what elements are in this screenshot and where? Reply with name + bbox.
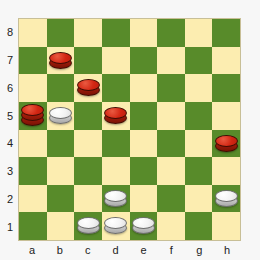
square-b5[interactable] bbox=[47, 102, 75, 130]
square-e2[interactable] bbox=[130, 185, 158, 213]
board bbox=[18, 18, 241, 241]
square-h8[interactable] bbox=[212, 19, 240, 47]
white-piece-top-disc bbox=[49, 107, 72, 119]
rank-label-1: 1 bbox=[7, 221, 16, 233]
square-a1[interactable] bbox=[19, 212, 47, 240]
square-h6[interactable] bbox=[212, 74, 240, 102]
file-label-f: f bbox=[170, 244, 173, 256]
square-g8[interactable] bbox=[185, 19, 213, 47]
file-label-d: d bbox=[113, 244, 119, 256]
square-g7[interactable] bbox=[185, 47, 213, 75]
rank-label-5: 5 bbox=[7, 110, 16, 122]
red-man-d5[interactable] bbox=[104, 107, 127, 124]
square-e1[interactable] bbox=[130, 212, 158, 240]
white-man-b5[interactable] bbox=[49, 107, 72, 124]
file-label-h: h bbox=[224, 244, 230, 256]
square-d5[interactable] bbox=[102, 102, 130, 130]
square-h7[interactable] bbox=[212, 47, 240, 75]
square-e8[interactable] bbox=[130, 19, 158, 47]
file-label-a: a bbox=[29, 244, 35, 256]
rank-label-8: 8 bbox=[7, 26, 16, 38]
red-piece-top-disc bbox=[77, 79, 100, 91]
white-man-c1[interactable] bbox=[77, 217, 100, 234]
square-e4[interactable] bbox=[130, 130, 158, 158]
square-c2[interactable] bbox=[74, 185, 102, 213]
file-labels: abcdefgh bbox=[18, 241, 241, 259]
square-c3[interactable] bbox=[74, 157, 102, 185]
square-f1[interactable] bbox=[157, 212, 185, 240]
rank-label-6: 6 bbox=[7, 82, 16, 94]
square-b4[interactable] bbox=[47, 130, 75, 158]
rank-label-3: 3 bbox=[7, 165, 16, 177]
rank-label-4: 4 bbox=[7, 137, 16, 149]
white-man-h2[interactable] bbox=[215, 190, 238, 207]
square-f2[interactable] bbox=[157, 185, 185, 213]
square-a7[interactable] bbox=[19, 47, 47, 75]
red-piece-top-disc bbox=[49, 52, 72, 64]
square-h4[interactable] bbox=[212, 130, 240, 158]
square-a2[interactable] bbox=[19, 185, 47, 213]
white-man-d2[interactable] bbox=[104, 190, 127, 207]
square-g5[interactable] bbox=[185, 102, 213, 130]
square-f7[interactable] bbox=[157, 47, 185, 75]
square-b2[interactable] bbox=[47, 185, 75, 213]
square-a8[interactable] bbox=[19, 19, 47, 47]
square-b6[interactable] bbox=[47, 74, 75, 102]
square-c1[interactable] bbox=[74, 212, 102, 240]
square-d3[interactable] bbox=[102, 157, 130, 185]
square-h2[interactable] bbox=[212, 185, 240, 213]
square-e5[interactable] bbox=[130, 102, 158, 130]
square-b8[interactable] bbox=[47, 19, 75, 47]
square-c5[interactable] bbox=[74, 102, 102, 130]
square-f3[interactable] bbox=[157, 157, 185, 185]
square-g1[interactable] bbox=[185, 212, 213, 240]
square-f6[interactable] bbox=[157, 74, 185, 102]
red-man-h4[interactable] bbox=[215, 135, 238, 152]
square-b3[interactable] bbox=[47, 157, 75, 185]
square-a3[interactable] bbox=[19, 157, 47, 185]
square-c7[interactable] bbox=[74, 47, 102, 75]
square-e6[interactable] bbox=[130, 74, 158, 102]
red-man-c6[interactable] bbox=[77, 79, 100, 96]
file-label-g: g bbox=[196, 244, 202, 256]
square-d2[interactable] bbox=[102, 185, 130, 213]
square-c6[interactable] bbox=[74, 74, 102, 102]
square-g2[interactable] bbox=[185, 185, 213, 213]
square-h3[interactable] bbox=[212, 157, 240, 185]
red-piece-top-disc bbox=[215, 135, 238, 147]
square-a6[interactable] bbox=[19, 74, 47, 102]
square-c8[interactable] bbox=[74, 19, 102, 47]
red-piece-top-disc bbox=[104, 107, 127, 119]
square-e3[interactable] bbox=[130, 157, 158, 185]
red-king-a5[interactable] bbox=[21, 104, 44, 126]
square-b1[interactable] bbox=[47, 212, 75, 240]
square-a4[interactable] bbox=[19, 130, 47, 158]
square-d4[interactable] bbox=[102, 130, 130, 158]
square-d8[interactable] bbox=[102, 19, 130, 47]
rank-label-2: 2 bbox=[7, 193, 16, 205]
white-piece-top-disc bbox=[104, 190, 127, 202]
white-piece-top-disc bbox=[215, 190, 238, 202]
square-h1[interactable] bbox=[212, 212, 240, 240]
rank-labels: 87654321 bbox=[0, 18, 16, 241]
square-a5[interactable] bbox=[19, 102, 47, 130]
checkers-diagram: 87654321 abcdefgh bbox=[0, 0, 260, 260]
square-f8[interactable] bbox=[157, 19, 185, 47]
white-man-d1[interactable] bbox=[104, 217, 127, 234]
square-g6[interactable] bbox=[185, 74, 213, 102]
square-h5[interactable] bbox=[212, 102, 240, 130]
square-e7[interactable] bbox=[130, 47, 158, 75]
red-man-b7[interactable] bbox=[49, 52, 72, 69]
square-f5[interactable] bbox=[157, 102, 185, 130]
square-b7[interactable] bbox=[47, 47, 75, 75]
square-d6[interactable] bbox=[102, 74, 130, 102]
square-d7[interactable] bbox=[102, 47, 130, 75]
file-label-b: b bbox=[57, 244, 63, 256]
square-c4[interactable] bbox=[74, 130, 102, 158]
rank-label-7: 7 bbox=[7, 54, 16, 66]
file-label-c: c bbox=[85, 244, 91, 256]
square-d1[interactable] bbox=[102, 212, 130, 240]
square-f4[interactable] bbox=[157, 130, 185, 158]
red-piece-top-disc bbox=[21, 104, 44, 116]
square-g3[interactable] bbox=[185, 157, 213, 185]
file-label-e: e bbox=[140, 244, 146, 256]
square-g4[interactable] bbox=[185, 130, 213, 158]
white-man-e1[interactable] bbox=[132, 217, 155, 234]
